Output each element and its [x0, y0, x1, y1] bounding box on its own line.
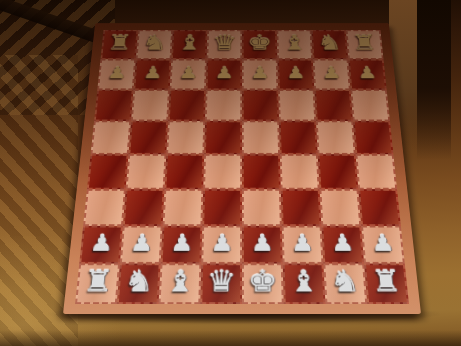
square-h7[interactable]: ♟: [348, 59, 387, 89]
square-c5[interactable]: [166, 121, 205, 154]
square-h8[interactable]: ♜: [346, 30, 384, 59]
piece-black-pawn[interactable]: ♟: [107, 65, 128, 82]
square-c1[interactable]: ♝: [159, 264, 202, 304]
square-a4[interactable]: [87, 154, 128, 189]
piece-white-bishop[interactable]: ♝: [165, 266, 196, 296]
square-b2[interactable]: ♟: [120, 225, 163, 263]
piece-white-pawn[interactable]: ♟: [89, 231, 114, 254]
square-e7[interactable]: ♟: [242, 59, 278, 89]
square-d4[interactable]: [203, 154, 242, 189]
piece-black-bishop[interactable]: ♝: [177, 32, 202, 53]
square-b3[interactable]: [123, 189, 165, 225]
square-d1[interactable]: ♛: [200, 264, 242, 304]
square-a7[interactable]: ♟: [97, 59, 136, 89]
square-e5[interactable]: [242, 121, 280, 154]
piece-black-pawn[interactable]: ♟: [250, 65, 269, 82]
square-f5[interactable]: [279, 121, 318, 154]
square-c6[interactable]: [168, 89, 206, 121]
square-d6[interactable]: [205, 89, 242, 121]
square-h2[interactable]: ♟: [361, 225, 405, 263]
chess-board: ♜♞♝♛♚♝♞♜♟♟♟♟♟♟♟♟♟♟♟♟♟♟♟♟♜♞♝♛♚♝♞♜: [63, 23, 421, 314]
piece-white-rook[interactable]: ♜: [82, 266, 115, 296]
square-c4[interactable]: [164, 154, 204, 189]
piece-black-knight[interactable]: ♞: [142, 32, 168, 53]
square-b8[interactable]: ♞: [136, 30, 173, 59]
parquet-floor-right-band: [417, 0, 451, 160]
square-g4[interactable]: [318, 154, 359, 189]
square-g7[interactable]: ♟: [313, 59, 351, 89]
piece-white-knight[interactable]: ♞: [123, 266, 155, 296]
square-d2[interactable]: ♟: [201, 225, 242, 263]
square-f4[interactable]: [280, 154, 320, 189]
square-g2[interactable]: ♟: [321, 225, 364, 263]
square-f6[interactable]: [278, 89, 316, 121]
square-e1[interactable]: ♚: [242, 264, 284, 304]
square-a6[interactable]: [94, 89, 133, 121]
piece-black-king[interactable]: ♚: [247, 32, 272, 53]
square-c8[interactable]: ♝: [171, 30, 207, 59]
piece-black-bishop[interactable]: ♝: [282, 32, 307, 53]
square-f2[interactable]: ♟: [282, 225, 324, 263]
square-e4[interactable]: [242, 154, 281, 189]
square-f7[interactable]: ♟: [277, 59, 314, 89]
square-a2[interactable]: ♟: [79, 225, 123, 263]
piece-black-pawn[interactable]: ♟: [214, 65, 233, 82]
piece-black-queen[interactable]: ♛: [212, 32, 237, 53]
piece-black-pawn[interactable]: ♟: [321, 65, 341, 82]
square-h3[interactable]: [358, 189, 401, 225]
board-grid: ♜♞♝♛♚♝♞♜♟♟♟♟♟♟♟♟♟♟♟♟♟♟♟♟♜♞♝♛♚♝♞♜: [75, 30, 409, 304]
square-g1[interactable]: ♞: [323, 264, 367, 304]
piece-black-pawn[interactable]: ♟: [357, 65, 378, 82]
piece-white-bishop[interactable]: ♝: [288, 266, 319, 296]
piece-white-king[interactable]: ♚: [248, 266, 278, 296]
square-f8[interactable]: ♝: [277, 30, 313, 59]
piece-white-queen[interactable]: ♛: [206, 266, 236, 296]
square-h1[interactable]: ♜: [364, 264, 409, 304]
piece-white-pawn[interactable]: ♟: [250, 231, 273, 254]
square-e2[interactable]: ♟: [242, 225, 283, 263]
square-b4[interactable]: [126, 154, 167, 189]
square-c3[interactable]: [163, 189, 204, 225]
floor-shadow-bottom: [0, 330, 461, 346]
piece-white-pawn[interactable]: ♟: [330, 231, 355, 254]
square-h5[interactable]: [353, 121, 393, 154]
piece-black-rook[interactable]: ♜: [351, 32, 378, 53]
piece-black-knight[interactable]: ♞: [316, 32, 342, 53]
piece-white-knight[interactable]: ♞: [329, 266, 361, 296]
square-e8[interactable]: ♚: [242, 30, 277, 59]
square-h4[interactable]: [356, 154, 397, 189]
square-g6[interactable]: [314, 89, 353, 121]
square-f3[interactable]: [281, 189, 322, 225]
square-g3[interactable]: [320, 189, 362, 225]
piece-black-pawn[interactable]: ♟: [143, 65, 163, 82]
piece-white-rook[interactable]: ♜: [370, 266, 403, 296]
photo-scene: ♜♞♝♛♚♝♞♜♟♟♟♟♟♟♟♟♟♟♟♟♟♟♟♟♜♞♝♛♚♝♞♜: [0, 0, 461, 346]
piece-white-pawn[interactable]: ♟: [129, 231, 154, 254]
square-d8[interactable]: ♛: [207, 30, 242, 59]
square-b1[interactable]: ♞: [117, 264, 161, 304]
square-e3[interactable]: [242, 189, 282, 225]
square-b6[interactable]: [131, 89, 170, 121]
square-a5[interactable]: [91, 121, 131, 154]
square-b7[interactable]: ♟: [133, 59, 171, 89]
piece-black-rook[interactable]: ♜: [106, 32, 133, 53]
piece-white-pawn[interactable]: ♟: [370, 231, 395, 254]
square-g5[interactable]: [316, 121, 356, 154]
piece-white-pawn[interactable]: ♟: [210, 231, 233, 254]
square-d3[interactable]: [202, 189, 242, 225]
square-d5[interactable]: [204, 121, 242, 154]
square-h6[interactable]: [351, 89, 390, 121]
square-d7[interactable]: ♟: [206, 59, 242, 89]
piece-black-pawn[interactable]: ♟: [286, 65, 306, 82]
square-e6[interactable]: [242, 89, 279, 121]
board-frame: ♜♞♝♛♚♝♞♜♟♟♟♟♟♟♟♟♟♟♟♟♟♟♟♟♜♞♝♛♚♝♞♜: [63, 23, 421, 314]
square-f1[interactable]: ♝: [283, 264, 326, 304]
square-c7[interactable]: ♟: [170, 59, 207, 89]
square-a8[interactable]: ♜: [100, 30, 138, 59]
square-g8[interactable]: ♞: [311, 30, 348, 59]
square-a3[interactable]: [83, 189, 126, 225]
square-c2[interactable]: ♟: [161, 225, 203, 263]
piece-white-pawn[interactable]: ♟: [170, 231, 194, 254]
square-a1[interactable]: ♜: [75, 264, 120, 304]
square-b5[interactable]: [128, 121, 168, 154]
piece-black-pawn[interactable]: ♟: [178, 65, 198, 82]
piece-white-pawn[interactable]: ♟: [290, 231, 314, 254]
